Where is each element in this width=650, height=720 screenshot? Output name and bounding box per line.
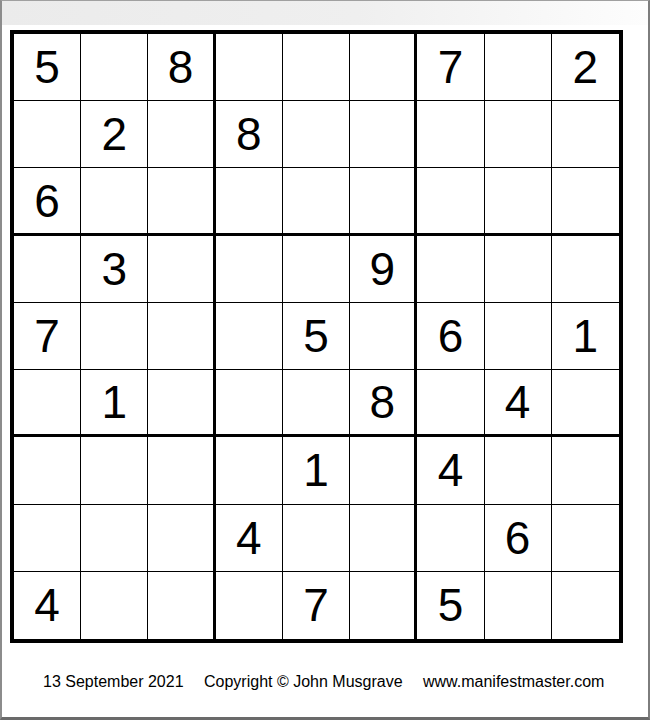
- sudoku-cell-r5c7[interactable]: 6: [417, 303, 484, 370]
- sudoku-cell-r7c2[interactable]: [81, 437, 148, 504]
- sudoku-cell-r6c5[interactable]: [283, 370, 350, 437]
- sudoku-cell-r5c3[interactable]: [148, 303, 215, 370]
- sudoku-cell-r1c2[interactable]: [81, 34, 148, 101]
- sudoku-cell-r6c8[interactable]: 4: [485, 370, 552, 437]
- sudoku-cell-r5c4[interactable]: [216, 303, 283, 370]
- sudoku-cell-r3c8[interactable]: [485, 168, 552, 235]
- sudoku-cell-r2c2[interactable]: 2: [81, 101, 148, 168]
- sudoku-cell-r9c4[interactable]: [216, 572, 283, 639]
- sudoku-cell-r5c1[interactable]: 7: [14, 303, 81, 370]
- sudoku-cell-r8c6[interactable]: [350, 505, 417, 572]
- sudoku-cell-r4c2[interactable]: 3: [81, 236, 148, 303]
- sudoku-cell-r7c5[interactable]: 1: [283, 437, 350, 504]
- sudoku-cell-r6c1[interactable]: [14, 370, 81, 437]
- sudoku-cell-r4c9[interactable]: [552, 236, 619, 303]
- sudoku-cell-r5c5[interactable]: 5: [283, 303, 350, 370]
- sudoku-cell-r8c4[interactable]: 4: [216, 505, 283, 572]
- sudoku-cell-r5c2[interactable]: [81, 303, 148, 370]
- sudoku-cell-r8c8[interactable]: 6: [485, 505, 552, 572]
- puzzle-page: 58722863975611841446475 13 September 202…: [0, 0, 650, 720]
- sudoku-cell-r9c2[interactable]: [81, 572, 148, 639]
- footer-date: 13 September 2021: [43, 673, 184, 690]
- sudoku-cell-r6c3[interactable]: [148, 370, 215, 437]
- sudoku-cell-r1c1[interactable]: 5: [14, 34, 81, 101]
- sudoku-cell-r5c6[interactable]: [350, 303, 417, 370]
- sudoku-cell-r4c7[interactable]: [417, 236, 484, 303]
- sudoku-cell-r4c6[interactable]: 9: [350, 236, 417, 303]
- footer-copyright: Copyright © John Musgrave: [204, 673, 403, 690]
- sudoku-cell-r2c7[interactable]: [417, 101, 484, 168]
- sudoku-cell-r7c8[interactable]: [485, 437, 552, 504]
- sudoku-cell-r2c3[interactable]: [148, 101, 215, 168]
- sudoku-cell-r9c9[interactable]: [552, 572, 619, 639]
- sudoku-cell-r2c1[interactable]: [14, 101, 81, 168]
- sudoku-cell-r4c8[interactable]: [485, 236, 552, 303]
- sudoku-cell-r3c6[interactable]: [350, 168, 417, 235]
- sudoku-cell-r8c9[interactable]: [552, 505, 619, 572]
- sudoku-cell-r4c4[interactable]: [216, 236, 283, 303]
- sudoku-cell-r4c3[interactable]: [148, 236, 215, 303]
- sudoku-cell-r8c5[interactable]: [283, 505, 350, 572]
- sudoku-cell-r8c7[interactable]: [417, 505, 484, 572]
- sudoku-cell-r8c1[interactable]: [14, 505, 81, 572]
- sudoku-cell-r3c2[interactable]: [81, 168, 148, 235]
- sudoku-cell-r6c9[interactable]: [552, 370, 619, 437]
- sudoku-cell-r1c6[interactable]: [350, 34, 417, 101]
- sudoku-cell-r2c8[interactable]: [485, 101, 552, 168]
- sudoku-cell-r9c5[interactable]: 7: [283, 572, 350, 639]
- footer-website: www.manifestmaster.com: [423, 673, 604, 690]
- footer: 13 September 2021 Copyright © John Musgr…: [43, 673, 648, 691]
- sudoku-cell-r6c2[interactable]: 1: [81, 370, 148, 437]
- sudoku-cell-r6c6[interactable]: 8: [350, 370, 417, 437]
- sudoku-cell-r1c3[interactable]: 8: [148, 34, 215, 101]
- sudoku-cell-r8c2[interactable]: [81, 505, 148, 572]
- sudoku-cell-r3c3[interactable]: [148, 168, 215, 235]
- sudoku-cell-r1c8[interactable]: [485, 34, 552, 101]
- sudoku-cell-r7c6[interactable]: [350, 437, 417, 504]
- sudoku-cell-r3c5[interactable]: [283, 168, 350, 235]
- sudoku-cell-r6c7[interactable]: [417, 370, 484, 437]
- sudoku-cell-r9c7[interactable]: 5: [417, 572, 484, 639]
- sudoku-cell-r2c5[interactable]: [283, 101, 350, 168]
- sudoku-cell-r3c7[interactable]: [417, 168, 484, 235]
- sudoku-cell-r2c6[interactable]: [350, 101, 417, 168]
- sudoku-cell-r4c1[interactable]: [14, 236, 81, 303]
- sudoku-cell-r1c9[interactable]: 2: [552, 34, 619, 101]
- sudoku-cell-r1c7[interactable]: 7: [417, 34, 484, 101]
- sudoku-cell-r6c4[interactable]: [216, 370, 283, 437]
- sudoku-cell-r1c5[interactable]: [283, 34, 350, 101]
- sudoku-cell-r9c8[interactable]: [485, 572, 552, 639]
- top-band: [2, 1, 648, 25]
- sudoku-cell-r7c3[interactable]: [148, 437, 215, 504]
- sudoku-cell-r7c1[interactable]: [14, 437, 81, 504]
- sudoku-cell-r3c1[interactable]: 6: [14, 168, 81, 235]
- sudoku-cell-r3c4[interactable]: [216, 168, 283, 235]
- sudoku-cell-r5c8[interactable]: [485, 303, 552, 370]
- sudoku-cell-r9c3[interactable]: [148, 572, 215, 639]
- sudoku-cell-r1c4[interactable]: [216, 34, 283, 101]
- sudoku-cell-r9c1[interactable]: 4: [14, 572, 81, 639]
- sudoku-cell-r7c9[interactable]: [552, 437, 619, 504]
- sudoku-cell-r2c4[interactable]: 8: [216, 101, 283, 168]
- sudoku-cell-r2c9[interactable]: [552, 101, 619, 168]
- sudoku-cell-r4c5[interactable]: [283, 236, 350, 303]
- sudoku-board: 58722863975611841446475: [10, 30, 623, 643]
- sudoku-cell-r5c9[interactable]: 1: [552, 303, 619, 370]
- sudoku-cell-r7c7[interactable]: 4: [417, 437, 484, 504]
- sudoku-cell-r3c9[interactable]: [552, 168, 619, 235]
- sudoku-cell-r9c6[interactable]: [350, 572, 417, 639]
- sudoku-cell-r7c4[interactable]: [216, 437, 283, 504]
- sudoku-cell-r8c3[interactable]: [148, 505, 215, 572]
